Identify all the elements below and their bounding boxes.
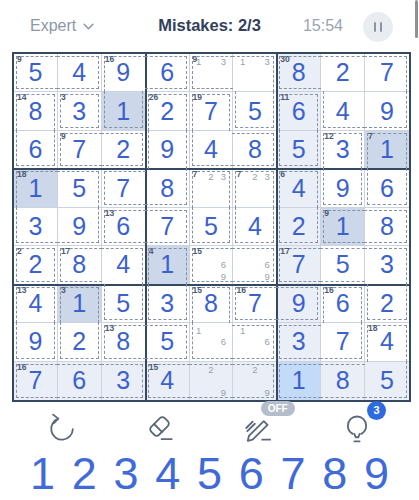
cell-r8c6[interactable]: 16 [233,323,277,361]
scrollbar[interactable] [415,0,418,38]
cell-value: 2 [365,285,409,322]
cell-value: 5 [58,169,101,206]
pencil-marks: 69 [236,248,273,281]
cell-value: 8 [146,169,189,206]
number-pad: 1 2 3 4 5 6 7 8 9 [0,446,419,500]
numpad-3[interactable]: 3 [113,451,138,496]
pencil-marks: 13 [236,56,273,89]
cell-r9c1[interactable]: 167 [14,362,58,400]
cell-r2c7[interactable]: 116 [277,92,321,130]
cell-r6c9[interactable]: 3 [365,246,409,284]
notes-button[interactable]: OFF [239,408,279,448]
numpad-4[interactable]: 4 [155,451,180,496]
cell-r4c7[interactable]: 64 [277,169,321,207]
cell-value: 3 [14,208,57,245]
pause-icon [374,22,377,32]
cage-sum: 14 [17,93,26,102]
mistakes-counter: Mistakes: 2/3 [158,16,261,35]
undo-icon [45,411,79,445]
cell-r4c5[interactable]: 723 [190,169,234,207]
cell-r8c7[interactable]: 3 [277,323,321,361]
cage-sum: 19 [193,93,202,102]
cell-r4c4[interactable]: 8 [146,169,190,207]
cell-r6c4[interactable]: 41 [146,246,190,284]
cage-sum: 3 [61,93,66,102]
cell-r2c5[interactable]: 197 [190,92,234,130]
cage-sum: 13 [17,286,26,295]
cell-r1c3[interactable]: 169 [102,54,146,92]
cage-sum: 15 [149,363,158,372]
cell-value: 5 [190,208,233,245]
cell-value: 5 [365,362,409,400]
cell-r9c7[interactable]: 1 [277,362,321,400]
cell-value: 4 [102,246,145,283]
cell-value: 2 [58,323,101,360]
cage-sum: 16 [17,363,26,372]
cell-r7c8[interactable]: 166 [321,285,365,323]
cell-r3c8[interactable]: 123 [321,131,365,169]
cell-value: 6 [14,131,57,168]
cage-sum: 6 [280,170,285,179]
cage-sum: 15 [193,286,202,295]
pencil-marks: 29 [193,364,230,398]
cell-r3c3[interactable]: 2 [102,131,146,169]
cell-r4c6[interactable]: 723 [233,169,277,207]
cell-r9c8[interactable]: 8 [321,362,365,400]
cell-r4c2[interactable]: 5 [58,169,102,207]
cell-r2c3[interactable]: 1 [102,92,146,130]
cage-sum: 7 [236,170,241,179]
cell-r1c4[interactable]: 6 [146,54,190,92]
cell-r6c7[interactable]: 177 [277,246,321,284]
cell-r5c6[interactable]: 4 [233,208,277,246]
cell-r5c8[interactable]: 91 [321,208,365,246]
cell-r6c8[interactable]: 5 [321,246,365,284]
cage-sum: 11 [280,93,289,102]
cell-r3c1[interactable]: 6 [14,131,58,169]
cell-r6c5[interactable]: 1569 [190,246,234,284]
cell-value: 8 [321,362,364,400]
cell-r9c3[interactable]: 3 [102,362,146,400]
chevron-down-icon [83,23,94,30]
cell-value: 3 [146,285,189,322]
cell-value: 5 [102,285,145,322]
cage-sum: 17 [280,247,289,256]
cell-r8c2[interactable]: 2 [58,323,102,361]
numpad-1[interactable]: 1 [30,451,55,496]
cage-sum: 15 [193,247,202,256]
cell-value: 9 [277,285,320,322]
eraser-icon [143,411,177,445]
cell-r7c4[interactable]: 3 [146,285,190,323]
difficulty-label: Expert [30,17,76,35]
cell-value: 9 [146,131,189,168]
cell-r7c9[interactable]: 2 [365,285,409,323]
cell-value: 5 [321,246,364,283]
cell-r4c8[interactable]: 9 [321,169,365,207]
cell-r8c4[interactable]: 5 [146,323,190,361]
cell-value: 5 [146,323,189,360]
cell-r2c8[interactable]: 4 [321,92,365,130]
cell-value: 9 [365,92,409,129]
cell-value: 6 [146,54,189,91]
cell-value: 7 [365,54,409,91]
cell-value: 7 [146,208,189,245]
cell-r3c6[interactable]: 8 [233,131,277,169]
cell-value: 9 [58,208,101,245]
cell-r5c2[interactable]: 9 [58,208,102,246]
pencil-marks: 23 [193,171,230,204]
cell-r8c1[interactable]: 9 [14,323,58,361]
cell-value: 9 [14,323,57,360]
cell-r8c3[interactable]: 138 [102,323,146,361]
cell-r7c6[interactable]: 167 [233,285,277,323]
cell-r1c9[interactable]: 7 [365,54,409,92]
hint-count-badge: 3 [367,401,386,420]
cell-r7c2[interactable]: 31 [58,285,102,323]
sudoku-board: 9541696913133082714833126219751164969729… [12,52,411,402]
hint-button[interactable]: 3 [337,408,377,448]
cage-sum: 18 [17,170,26,179]
cell-value: 2 [277,208,320,245]
cage-sum: 9 [324,209,329,218]
cell-r5c5[interactable]: 5 [190,208,234,246]
timer: 15:54 [303,17,343,35]
cage-sum: 13 [105,324,114,333]
numpad-6[interactable]: 6 [239,451,264,496]
cell-r1c1[interactable]: 95 [14,54,58,92]
cell-r2c9[interactable]: 9 [365,92,409,130]
cell-r1c2[interactable]: 4 [58,54,102,92]
cell-value: 2 [102,131,145,168]
cell-r6c3[interactable]: 4 [102,246,146,284]
cell-r3c9[interactable]: 71 [365,131,409,169]
notes-off-badge: OFF [261,401,295,416]
cell-value: 4 [233,208,276,245]
pencil-marks: 23 [236,171,273,204]
cage-sum: 12 [324,132,333,141]
cell-r5c4[interactable]: 7 [146,208,190,246]
cell-r5c3[interactable]: 136 [102,208,146,246]
toolbar: OFF 3 [0,404,419,452]
cell-r3c2[interactable]: 97 [58,131,102,169]
cell-r9c6[interactable]: 29 [233,362,277,400]
pencil-icon [242,411,276,445]
cage-sum: 26 [149,93,158,102]
cage-sum: 16 [324,286,333,295]
cell-r6c1[interactable]: 22 [14,246,58,284]
cell-r6c2[interactable]: 178 [58,246,102,284]
cage-sum: 9 [193,55,198,64]
cell-value: 2 [321,54,364,91]
cell-value: 3 [277,323,320,360]
cage-sum: 16 [105,55,114,64]
cell-r1c6[interactable]: 13 [233,54,277,92]
cage-sum: 16 [236,286,245,295]
cage-sum: 7 [193,170,198,179]
numpad-8[interactable]: 8 [322,451,347,496]
difficulty-selector[interactable]: Expert [30,17,94,35]
cell-r8c8[interactable]: 7 [321,323,365,361]
cell-value: 4 [190,131,233,168]
cell-r3c7[interactable]: 5 [277,131,321,169]
cell-value: 6 [365,169,409,206]
cage-sum: 2 [17,247,22,256]
cell-r8c9[interactable]: 184 [365,323,409,361]
numpad-5[interactable]: 5 [197,451,222,496]
cell-value: 8 [365,208,409,245]
cell-r3c5[interactable]: 4 [190,131,234,169]
eraser-button[interactable] [140,408,180,448]
cell-r6c6[interactable]: 69 [233,246,277,284]
cell-r2c2[interactable]: 33 [58,92,102,130]
cell-r9c2[interactable]: 6 [58,362,102,400]
pencil-marks: 29 [236,364,273,398]
cell-r8c5[interactable]: 16 [190,323,234,361]
cell-r4c1[interactable]: 181 [14,169,58,207]
numpad-2[interactable]: 2 [72,451,97,496]
cage-sum: 3 [61,286,66,295]
cell-value: 7 [321,323,364,360]
cell-r4c3[interactable]: 7 [102,169,146,207]
cell-r7c5[interactable]: 158 [190,285,234,323]
cell-r9c5[interactable]: 29 [190,362,234,400]
cage-sum: 13 [105,209,114,218]
cell-value: 4 [58,54,101,91]
pause-button[interactable] [363,12,393,42]
cage-sum: 17 [61,247,70,256]
cell-value: 5 [277,131,320,168]
cell-r7c1[interactable]: 134 [14,285,58,323]
cage-sum: 9 [61,132,66,141]
pencil-marks: 16 [193,325,230,358]
top-bar: Expert Mistakes: 2/3 15:54 [0,0,419,52]
cell-value: 9 [321,169,364,206]
cell-value: 3 [365,246,409,283]
cell-value: 1 [102,92,145,129]
undo-button[interactable] [42,408,82,448]
cell-value: 1 [277,362,320,400]
cell-value: 4 [321,92,364,129]
cell-r9c9[interactable]: 5 [365,362,409,400]
cell-value: 8 [233,131,276,168]
numpad-7[interactable]: 7 [280,451,305,496]
cage-sum: 7 [368,132,373,141]
cage-sum: 4 [149,247,154,256]
cell-r5c1[interactable]: 3 [14,208,58,246]
cage-sum: 18 [368,324,377,333]
cell-r2c1[interactable]: 148 [14,92,58,130]
cell-r7c3[interactable]: 5 [102,285,146,323]
cell-r2c6[interactable]: 5 [233,92,277,130]
pencil-marks: 13 [193,56,230,89]
cell-value: 7 [102,169,145,206]
cage-sum: 30 [280,55,289,64]
cell-r5c9[interactable]: 8 [365,208,409,246]
numpad-9[interactable]: 9 [364,451,389,496]
cell-value: 6 [58,362,101,400]
cage-sum: 9 [17,55,22,64]
cell-r5c7[interactable]: 2 [277,208,321,246]
cell-value: 5 [233,92,276,129]
cell-r7c7[interactable]: 9 [277,285,321,323]
cell-r1c7[interactable]: 308 [277,54,321,92]
cell-r1c5[interactable]: 913 [190,54,234,92]
cell-value: 3 [102,362,145,400]
cell-r9c4[interactable]: 154 [146,362,190,400]
pencil-marks: 16 [236,325,273,358]
cell-r1c8[interactable]: 2 [321,54,365,92]
cell-r2c4[interactable]: 262 [146,92,190,130]
cell-r4c9[interactable]: 6 [365,169,409,207]
cell-r3c4[interactable]: 9 [146,131,190,169]
